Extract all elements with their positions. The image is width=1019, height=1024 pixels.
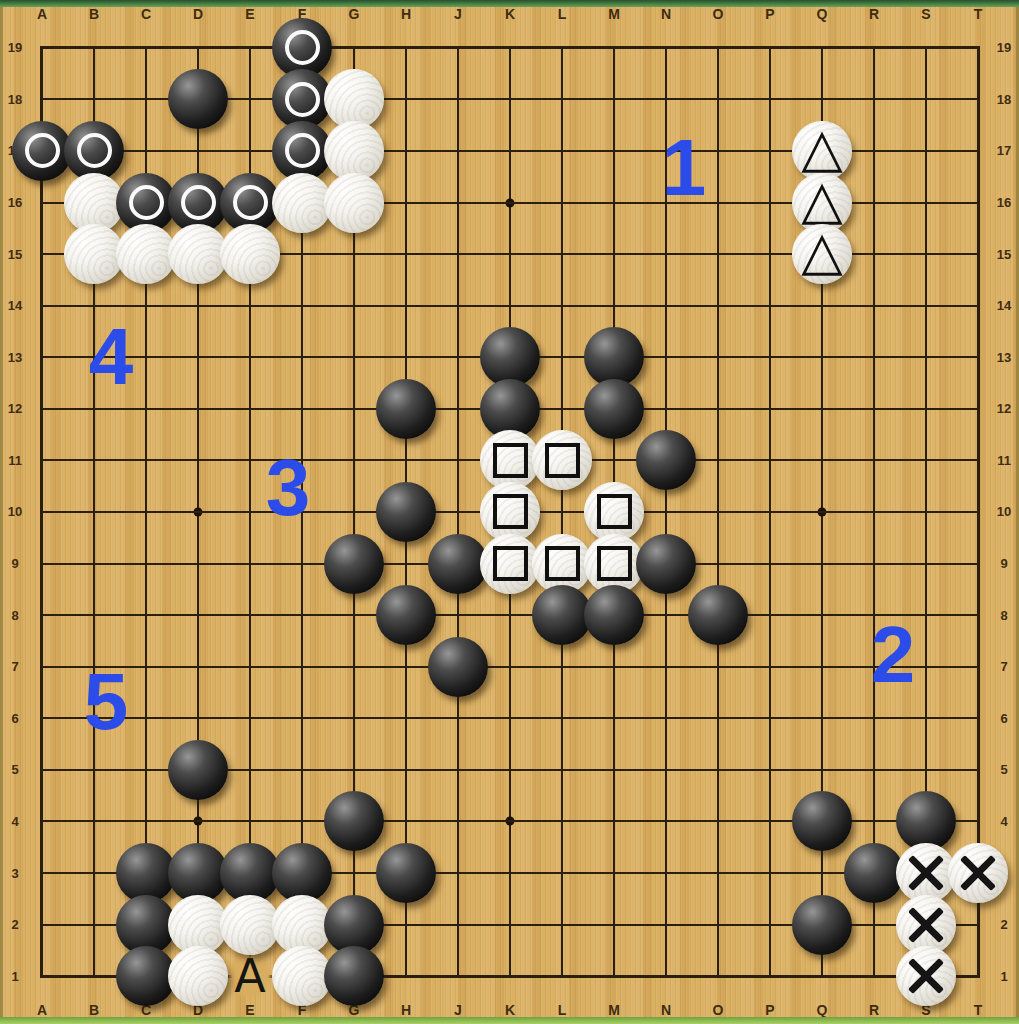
intersection-E1[interactable]: A xyxy=(224,950,276,1002)
intersection-S12[interactable] xyxy=(900,383,952,435)
intersection-K12[interactable] xyxy=(484,383,536,435)
intersection-T5[interactable] xyxy=(952,744,1004,796)
intersection-R8[interactable] xyxy=(848,589,900,641)
intersection-F12[interactable] xyxy=(276,383,328,435)
intersection-R2[interactable] xyxy=(848,899,900,951)
intersection-H6[interactable] xyxy=(380,693,432,745)
intersection-D6[interactable] xyxy=(172,693,224,745)
intersection-K17[interactable] xyxy=(484,125,536,177)
intersection-P14[interactable] xyxy=(744,280,796,332)
intersection-C3[interactable] xyxy=(120,847,172,899)
intersection-B10[interactable] xyxy=(68,486,120,538)
intersection-C7[interactable] xyxy=(120,641,172,693)
intersection-H17[interactable] xyxy=(380,125,432,177)
intersection-S17[interactable] xyxy=(900,125,952,177)
intersection-J4[interactable] xyxy=(432,796,484,848)
intersection-D14[interactable] xyxy=(172,280,224,332)
intersection-S9[interactable] xyxy=(900,538,952,590)
intersection-G7[interactable] xyxy=(328,641,380,693)
intersection-L14[interactable] xyxy=(536,280,588,332)
intersection-F5[interactable] xyxy=(276,744,328,796)
intersection-R15[interactable] xyxy=(848,228,900,280)
intersection-J14[interactable] xyxy=(432,280,484,332)
intersection-B16[interactable] xyxy=(68,177,120,229)
intersection-H15[interactable] xyxy=(380,228,432,280)
intersection-T18[interactable] xyxy=(952,74,1004,126)
intersection-F9[interactable] xyxy=(276,538,328,590)
intersection-M11[interactable] xyxy=(588,435,640,487)
intersection-A11[interactable] xyxy=(16,435,68,487)
intersection-A19[interactable] xyxy=(16,22,68,74)
intersection-G9[interactable] xyxy=(328,538,380,590)
intersection-Q11[interactable] xyxy=(796,435,848,487)
intersection-Q19[interactable] xyxy=(796,22,848,74)
intersection-Q9[interactable] xyxy=(796,538,848,590)
intersection-H7[interactable] xyxy=(380,641,432,693)
intersection-D10[interactable] xyxy=(172,486,224,538)
intersection-L6[interactable] xyxy=(536,693,588,745)
intersection-T1[interactable] xyxy=(952,950,1004,1002)
intersection-B6[interactable] xyxy=(68,693,120,745)
intersection-T16[interactable] xyxy=(952,177,1004,229)
intersection-L10[interactable] xyxy=(536,486,588,538)
intersection-J2[interactable] xyxy=(432,899,484,951)
intersection-Q10[interactable] xyxy=(796,486,848,538)
intersection-D4[interactable] xyxy=(172,796,224,848)
intersection-M17[interactable] xyxy=(588,125,640,177)
intersection-M10[interactable] xyxy=(588,486,640,538)
intersection-G6[interactable] xyxy=(328,693,380,745)
intersection-A10[interactable] xyxy=(16,486,68,538)
intersection-O4[interactable] xyxy=(692,796,744,848)
intersection-D12[interactable] xyxy=(172,383,224,435)
intersection-N18[interactable] xyxy=(640,74,692,126)
intersection-N2[interactable] xyxy=(640,899,692,951)
intersection-M12[interactable] xyxy=(588,383,640,435)
intersection-P2[interactable] xyxy=(744,899,796,951)
intersection-K1[interactable] xyxy=(484,950,536,1002)
intersection-P5[interactable] xyxy=(744,744,796,796)
intersection-A14[interactable] xyxy=(16,280,68,332)
intersection-L15[interactable] xyxy=(536,228,588,280)
intersection-N6[interactable] xyxy=(640,693,692,745)
intersection-L3[interactable] xyxy=(536,847,588,899)
intersection-J8[interactable] xyxy=(432,589,484,641)
intersection-F8[interactable] xyxy=(276,589,328,641)
intersection-N16[interactable] xyxy=(640,177,692,229)
intersection-F6[interactable] xyxy=(276,693,328,745)
intersection-O14[interactable] xyxy=(692,280,744,332)
intersection-D11[interactable] xyxy=(172,435,224,487)
intersection-M4[interactable] xyxy=(588,796,640,848)
intersection-S3[interactable] xyxy=(900,847,952,899)
intersection-J1[interactable] xyxy=(432,950,484,1002)
intersection-R12[interactable] xyxy=(848,383,900,435)
intersection-G13[interactable] xyxy=(328,331,380,383)
intersection-O16[interactable] xyxy=(692,177,744,229)
intersection-O2[interactable] xyxy=(692,899,744,951)
intersection-H16[interactable] xyxy=(380,177,432,229)
intersection-N4[interactable] xyxy=(640,796,692,848)
intersection-E6[interactable] xyxy=(224,693,276,745)
intersection-P1[interactable] xyxy=(744,950,796,1002)
intersection-D1[interactable] xyxy=(172,950,224,1002)
intersection-S1[interactable] xyxy=(900,950,952,1002)
intersection-L4[interactable] xyxy=(536,796,588,848)
intersection-K8[interactable] xyxy=(484,589,536,641)
intersection-K10[interactable] xyxy=(484,486,536,538)
intersection-T2[interactable] xyxy=(952,899,1004,951)
intersection-J3[interactable] xyxy=(432,847,484,899)
intersection-A3[interactable] xyxy=(16,847,68,899)
intersection-E4[interactable] xyxy=(224,796,276,848)
intersection-G18[interactable] xyxy=(328,74,380,126)
intersection-O10[interactable] xyxy=(692,486,744,538)
intersection-P16[interactable] xyxy=(744,177,796,229)
intersection-B19[interactable] xyxy=(68,22,120,74)
intersection-E13[interactable] xyxy=(224,331,276,383)
intersection-J15[interactable] xyxy=(432,228,484,280)
intersection-H1[interactable] xyxy=(380,950,432,1002)
intersection-D3[interactable] xyxy=(172,847,224,899)
intersection-A8[interactable] xyxy=(16,589,68,641)
intersection-E11[interactable] xyxy=(224,435,276,487)
intersection-Q5[interactable] xyxy=(796,744,848,796)
intersection-L1[interactable] xyxy=(536,950,588,1002)
intersection-C2[interactable] xyxy=(120,899,172,951)
intersection-M16[interactable] xyxy=(588,177,640,229)
intersection-E16[interactable] xyxy=(224,177,276,229)
intersection-B4[interactable] xyxy=(68,796,120,848)
intersection-O9[interactable] xyxy=(692,538,744,590)
intersection-Q8[interactable] xyxy=(796,589,848,641)
intersection-B5[interactable] xyxy=(68,744,120,796)
intersection-G3[interactable] xyxy=(328,847,380,899)
intersection-A6[interactable] xyxy=(16,693,68,745)
intersection-D9[interactable] xyxy=(172,538,224,590)
intersection-S16[interactable] xyxy=(900,177,952,229)
intersection-H14[interactable] xyxy=(380,280,432,332)
intersection-J5[interactable] xyxy=(432,744,484,796)
intersection-F1[interactable] xyxy=(276,950,328,1002)
intersection-B7[interactable] xyxy=(68,641,120,693)
intersection-M14[interactable] xyxy=(588,280,640,332)
intersection-B15[interactable] xyxy=(68,228,120,280)
intersection-R13[interactable] xyxy=(848,331,900,383)
intersection-T19[interactable] xyxy=(952,22,1004,74)
intersection-Q13[interactable] xyxy=(796,331,848,383)
intersection-N9[interactable] xyxy=(640,538,692,590)
intersection-E15[interactable] xyxy=(224,228,276,280)
intersection-C18[interactable] xyxy=(120,74,172,126)
intersection-A12[interactable] xyxy=(16,383,68,435)
intersection-R1[interactable] xyxy=(848,950,900,1002)
intersection-Q14[interactable] xyxy=(796,280,848,332)
intersection-T6[interactable] xyxy=(952,693,1004,745)
intersection-B18[interactable] xyxy=(68,74,120,126)
intersection-G14[interactable] xyxy=(328,280,380,332)
intersection-B17[interactable] xyxy=(68,125,120,177)
intersection-L2[interactable] xyxy=(536,899,588,951)
intersection-O11[interactable] xyxy=(692,435,744,487)
intersection-J18[interactable] xyxy=(432,74,484,126)
intersection-D17[interactable] xyxy=(172,125,224,177)
intersection-D15[interactable] xyxy=(172,228,224,280)
intersection-M13[interactable] xyxy=(588,331,640,383)
intersection-T9[interactable] xyxy=(952,538,1004,590)
intersection-F14[interactable] xyxy=(276,280,328,332)
intersection-H18[interactable] xyxy=(380,74,432,126)
intersection-Q1[interactable] xyxy=(796,950,848,1002)
intersection-C17[interactable] xyxy=(120,125,172,177)
intersection-H8[interactable] xyxy=(380,589,432,641)
intersection-M6[interactable] xyxy=(588,693,640,745)
intersection-F7[interactable] xyxy=(276,641,328,693)
intersection-T8[interactable] xyxy=(952,589,1004,641)
intersection-K11[interactable] xyxy=(484,435,536,487)
intersection-L7[interactable] xyxy=(536,641,588,693)
intersection-H19[interactable] xyxy=(380,22,432,74)
intersection-P13[interactable] xyxy=(744,331,796,383)
intersection-E14[interactable] xyxy=(224,280,276,332)
intersection-T3[interactable] xyxy=(952,847,1004,899)
intersection-R5[interactable] xyxy=(848,744,900,796)
intersection-P15[interactable] xyxy=(744,228,796,280)
intersection-R7[interactable] xyxy=(848,641,900,693)
intersection-L9[interactable] xyxy=(536,538,588,590)
intersection-L17[interactable] xyxy=(536,125,588,177)
intersection-Q7[interactable] xyxy=(796,641,848,693)
intersection-E12[interactable] xyxy=(224,383,276,435)
intersection-D7[interactable] xyxy=(172,641,224,693)
intersection-S18[interactable] xyxy=(900,74,952,126)
intersection-J11[interactable] xyxy=(432,435,484,487)
intersection-O5[interactable] xyxy=(692,744,744,796)
intersection-C6[interactable] xyxy=(120,693,172,745)
intersection-R10[interactable] xyxy=(848,486,900,538)
intersection-C8[interactable] xyxy=(120,589,172,641)
intersection-H13[interactable] xyxy=(380,331,432,383)
intersection-J7[interactable] xyxy=(432,641,484,693)
intersection-A17[interactable] xyxy=(16,125,68,177)
intersection-H12[interactable] xyxy=(380,383,432,435)
intersection-G17[interactable] xyxy=(328,125,380,177)
intersection-T11[interactable] xyxy=(952,435,1004,487)
intersection-K9[interactable] xyxy=(484,538,536,590)
intersection-N13[interactable] xyxy=(640,331,692,383)
intersection-E5[interactable] xyxy=(224,744,276,796)
intersection-O3[interactable] xyxy=(692,847,744,899)
intersection-F10[interactable] xyxy=(276,486,328,538)
intersection-R19[interactable] xyxy=(848,22,900,74)
intersection-F13[interactable] xyxy=(276,331,328,383)
intersection-N19[interactable] xyxy=(640,22,692,74)
intersection-H10[interactable] xyxy=(380,486,432,538)
intersection-T13[interactable] xyxy=(952,331,1004,383)
intersection-M1[interactable] xyxy=(588,950,640,1002)
intersection-B3[interactable] xyxy=(68,847,120,899)
intersection-O8[interactable] xyxy=(692,589,744,641)
intersection-T7[interactable] xyxy=(952,641,1004,693)
intersection-M15[interactable] xyxy=(588,228,640,280)
intersection-T15[interactable] xyxy=(952,228,1004,280)
intersection-S10[interactable] xyxy=(900,486,952,538)
intersection-S14[interactable] xyxy=(900,280,952,332)
intersection-R3[interactable] xyxy=(848,847,900,899)
intersection-S13[interactable] xyxy=(900,331,952,383)
intersection-N7[interactable] xyxy=(640,641,692,693)
intersection-R6[interactable] xyxy=(848,693,900,745)
intersection-D18[interactable] xyxy=(172,74,224,126)
intersection-H2[interactable] xyxy=(380,899,432,951)
intersection-N10[interactable] xyxy=(640,486,692,538)
intersection-F2[interactable] xyxy=(276,899,328,951)
intersection-O7[interactable] xyxy=(692,641,744,693)
intersection-Q12[interactable] xyxy=(796,383,848,435)
intersection-S2[interactable] xyxy=(900,899,952,951)
intersection-G16[interactable] xyxy=(328,177,380,229)
intersection-M19[interactable] xyxy=(588,22,640,74)
intersection-G2[interactable] xyxy=(328,899,380,951)
intersection-E17[interactable] xyxy=(224,125,276,177)
intersection-T14[interactable] xyxy=(952,280,1004,332)
intersection-N5[interactable] xyxy=(640,744,692,796)
intersection-M8[interactable] xyxy=(588,589,640,641)
intersection-N1[interactable] xyxy=(640,950,692,1002)
intersection-B13[interactable] xyxy=(68,331,120,383)
intersection-H11[interactable] xyxy=(380,435,432,487)
intersection-B11[interactable] xyxy=(68,435,120,487)
intersection-J9[interactable] xyxy=(432,538,484,590)
intersection-F16[interactable] xyxy=(276,177,328,229)
intersection-M5[interactable] xyxy=(588,744,640,796)
intersection-K15[interactable] xyxy=(484,228,536,280)
intersection-C5[interactable] xyxy=(120,744,172,796)
intersection-T4[interactable] xyxy=(952,796,1004,848)
intersection-A18[interactable] xyxy=(16,74,68,126)
intersection-E19[interactable] xyxy=(224,22,276,74)
intersection-B9[interactable] xyxy=(68,538,120,590)
intersection-O19[interactable] xyxy=(692,22,744,74)
intersection-L18[interactable] xyxy=(536,74,588,126)
intersection-P8[interactable] xyxy=(744,589,796,641)
intersection-K19[interactable] xyxy=(484,22,536,74)
intersection-C4[interactable] xyxy=(120,796,172,848)
intersection-P11[interactable] xyxy=(744,435,796,487)
intersection-G15[interactable] xyxy=(328,228,380,280)
intersection-F18[interactable] xyxy=(276,74,328,126)
intersection-O12[interactable] xyxy=(692,383,744,435)
intersection-B1[interactable] xyxy=(68,950,120,1002)
intersection-P18[interactable] xyxy=(744,74,796,126)
intersection-A4[interactable] xyxy=(16,796,68,848)
intersection-Q2[interactable] xyxy=(796,899,848,951)
intersection-F17[interactable] xyxy=(276,125,328,177)
intersection-N3[interactable] xyxy=(640,847,692,899)
intersection-K3[interactable] xyxy=(484,847,536,899)
intersection-G11[interactable] xyxy=(328,435,380,487)
intersection-Q4[interactable] xyxy=(796,796,848,848)
intersection-L13[interactable] xyxy=(536,331,588,383)
intersection-J12[interactable] xyxy=(432,383,484,435)
intersection-K5[interactable] xyxy=(484,744,536,796)
intersection-P19[interactable] xyxy=(744,22,796,74)
intersection-O15[interactable] xyxy=(692,228,744,280)
intersection-A13[interactable] xyxy=(16,331,68,383)
intersection-E7[interactable] xyxy=(224,641,276,693)
intersection-K7[interactable] xyxy=(484,641,536,693)
intersection-S19[interactable] xyxy=(900,22,952,74)
intersection-C1[interactable] xyxy=(120,950,172,1002)
intersection-A1[interactable] xyxy=(16,950,68,1002)
intersection-G8[interactable] xyxy=(328,589,380,641)
intersection-M9[interactable] xyxy=(588,538,640,590)
intersection-M3[interactable] xyxy=(588,847,640,899)
intersection-N14[interactable] xyxy=(640,280,692,332)
intersection-J6[interactable] xyxy=(432,693,484,745)
intersection-P7[interactable] xyxy=(744,641,796,693)
intersection-K18[interactable] xyxy=(484,74,536,126)
intersection-O18[interactable] xyxy=(692,74,744,126)
intersection-K13[interactable] xyxy=(484,331,536,383)
intersection-S11[interactable] xyxy=(900,435,952,487)
intersection-B14[interactable] xyxy=(68,280,120,332)
intersection-E18[interactable] xyxy=(224,74,276,126)
intersection-L8[interactable] xyxy=(536,589,588,641)
intersection-K4[interactable] xyxy=(484,796,536,848)
intersection-L12[interactable] xyxy=(536,383,588,435)
intersection-H4[interactable] xyxy=(380,796,432,848)
intersection-J19[interactable] xyxy=(432,22,484,74)
intersection-S8[interactable] xyxy=(900,589,952,641)
intersection-A15[interactable] xyxy=(16,228,68,280)
intersection-D16[interactable] xyxy=(172,177,224,229)
intersection-O13[interactable] xyxy=(692,331,744,383)
intersection-O17[interactable] xyxy=(692,125,744,177)
intersection-C19[interactable] xyxy=(120,22,172,74)
intersection-P10[interactable] xyxy=(744,486,796,538)
intersection-H5[interactable] xyxy=(380,744,432,796)
intersection-R18[interactable] xyxy=(848,74,900,126)
intersection-G19[interactable] xyxy=(328,22,380,74)
intersection-H3[interactable] xyxy=(380,847,432,899)
intersection-F4[interactable] xyxy=(276,796,328,848)
intersection-C15[interactable] xyxy=(120,228,172,280)
intersection-K6[interactable] xyxy=(484,693,536,745)
intersection-P9[interactable] xyxy=(744,538,796,590)
intersection-K16[interactable] xyxy=(484,177,536,229)
intersection-B2[interactable] xyxy=(68,899,120,951)
intersection-Q6[interactable] xyxy=(796,693,848,745)
intersection-K2[interactable] xyxy=(484,899,536,951)
intersection-F11[interactable] xyxy=(276,435,328,487)
intersection-Q3[interactable] xyxy=(796,847,848,899)
intersection-F3[interactable] xyxy=(276,847,328,899)
intersection-A2[interactable] xyxy=(16,899,68,951)
intersection-N15[interactable] xyxy=(640,228,692,280)
intersection-S15[interactable] xyxy=(900,228,952,280)
intersection-R4[interactable] xyxy=(848,796,900,848)
intersection-M18[interactable] xyxy=(588,74,640,126)
intersection-E2[interactable] xyxy=(224,899,276,951)
intersection-C13[interactable] xyxy=(120,331,172,383)
intersection-G5[interactable] xyxy=(328,744,380,796)
intersection-A9[interactable] xyxy=(16,538,68,590)
intersection-P3[interactable] xyxy=(744,847,796,899)
intersection-L16[interactable] xyxy=(536,177,588,229)
intersection-C9[interactable] xyxy=(120,538,172,590)
intersection-H9[interactable] xyxy=(380,538,432,590)
